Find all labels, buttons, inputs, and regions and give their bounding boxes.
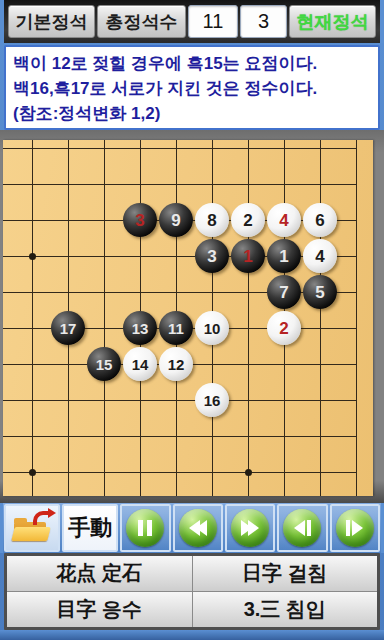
rewind-icon xyxy=(179,509,217,547)
manual-mode-button[interactable]: 手動 xyxy=(62,504,118,552)
current-joseki-button[interactable]: 현재정석 xyxy=(289,5,376,38)
step-forward-icon xyxy=(336,509,374,547)
move-number: 1 xyxy=(279,248,288,265)
move-number: 11 xyxy=(168,321,184,336)
step-back-button[interactable] xyxy=(277,504,327,552)
white-stone-R14: 2 xyxy=(267,311,301,345)
white-stone-S16: 4 xyxy=(303,239,337,273)
move-number: 2 xyxy=(279,320,288,337)
move-number: 9 xyxy=(171,212,180,229)
black-stone-R15: 7 xyxy=(267,275,301,309)
black-stone-Q16: 1 xyxy=(231,239,265,273)
move-number: 4 xyxy=(315,248,324,265)
move-number: 6 xyxy=(315,212,324,229)
white-stone-R17: 4 xyxy=(267,203,301,237)
pause-button[interactable] xyxy=(120,504,170,552)
go-board[interactable]: 39824631147517131110215141216 xyxy=(3,140,373,496)
star-point xyxy=(245,469,252,476)
step-back-icon xyxy=(283,509,321,547)
black-stone-N14: 13 xyxy=(123,311,157,345)
white-stone-P12: 16 xyxy=(195,383,229,417)
white-stone-Q17: 2 xyxy=(231,203,265,237)
playback-toolbar: 手動 xyxy=(0,503,384,553)
board-area: 39824631147517131110215141216 xyxy=(0,130,384,503)
move-number: 15 xyxy=(96,357,113,372)
joseki-menu: 花点 定石 日字 걸침 目字 응수 3.三 침입 xyxy=(4,553,380,630)
white-stone-P17: 8 xyxy=(195,203,229,237)
move-number: 14 xyxy=(132,357,149,372)
pause-icon xyxy=(126,509,164,547)
white-stone-S17: 6 xyxy=(303,203,337,237)
move-number: 17 xyxy=(60,321,77,336)
white-stone-P14: 10 xyxy=(195,311,229,345)
black-stone-M13: 15 xyxy=(87,347,121,381)
fast-forward-icon xyxy=(231,509,269,547)
commentary-line-2: 백16,흑17로 서로가 지킨 것은 정수이다. xyxy=(13,76,371,101)
black-stone-N17: 3 xyxy=(123,203,157,237)
move-number: 10 xyxy=(204,321,221,336)
menu-item-star-point-joseki[interactable]: 花点 定石 xyxy=(7,556,192,591)
current-joseki-index-field[interactable]: 3 xyxy=(240,5,287,38)
move-number: 16 xyxy=(204,393,221,408)
total-joseki-button[interactable]: 총정석수 xyxy=(97,5,186,38)
open-file-button[interactable] xyxy=(4,504,60,552)
move-number: 2 xyxy=(243,212,252,229)
app-screen: 기본정석 총정석수 11 3 현재정석 백이 12로 젖힐 경우에 흑15는 요… xyxy=(0,0,384,640)
step-forward-button[interactable] xyxy=(330,504,380,552)
manual-mode-label: 手動 xyxy=(68,513,112,543)
commentary-line-3: (참조:정석변화 1,2) xyxy=(13,101,371,126)
top-bar: 기본정석 총정석수 11 3 현재정석 xyxy=(0,0,384,43)
move-number: 8 xyxy=(207,212,216,229)
white-stone-N13: 14 xyxy=(123,347,157,381)
move-number: 3 xyxy=(135,212,144,229)
black-stone-P16: 3 xyxy=(195,239,229,273)
move-number: 4 xyxy=(279,212,288,229)
move-number: 12 xyxy=(168,357,185,372)
move-number: 7 xyxy=(279,284,288,301)
menu-item-33-invasion[interactable]: 3.三 침입 xyxy=(193,592,378,627)
bottom-frame-strip xyxy=(0,630,384,640)
black-stone-S15: 5 xyxy=(303,275,337,309)
open-folder-icon xyxy=(13,514,51,542)
white-stone-O13: 12 xyxy=(159,347,193,381)
move-number: 13 xyxy=(132,321,149,336)
basic-joseki-button[interactable]: 기본정석 xyxy=(8,5,95,38)
move-number: 5 xyxy=(315,284,324,301)
total-joseki-count-field[interactable]: 11 xyxy=(188,5,238,38)
black-stone-R16: 1 xyxy=(267,239,301,273)
menu-item-knight-response[interactable]: 目字 응수 xyxy=(7,592,192,627)
rewind-button[interactable] xyxy=(173,504,223,552)
move-number: 3 xyxy=(207,248,216,265)
black-stone-O17: 9 xyxy=(159,203,193,237)
black-stone-O14: 11 xyxy=(159,311,193,345)
fast-forward-button[interactable] xyxy=(225,504,275,552)
move-number: 1 xyxy=(243,248,252,265)
menu-item-knight-approach[interactable]: 日字 걸침 xyxy=(193,556,378,591)
star-point xyxy=(29,253,36,260)
star-point xyxy=(29,469,36,476)
commentary-line-1: 백이 12로 젖힐 경우에 흑15는 요점이다. xyxy=(13,51,371,76)
commentary-box: 백이 12로 젖힐 경우에 흑15는 요점이다. 백16,흑17로 서로가 지킨… xyxy=(4,45,380,130)
red-curved-arrow-icon xyxy=(33,511,52,525)
black-stone-L14: 17 xyxy=(51,311,85,345)
